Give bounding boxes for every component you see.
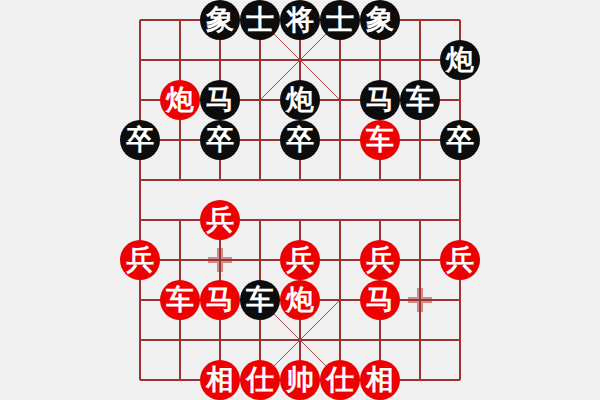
piece-black-soldier[interactable]: 卒 [200,120,240,160]
board-point[interactable] [320,80,360,120]
board-point[interactable]: 炮 [440,40,480,80]
board-point[interactable] [200,320,240,360]
board-point[interactable] [160,40,200,80]
board-point[interactable] [320,40,360,80]
piece-black-general[interactable]: 将 [280,0,320,40]
board-point[interactable]: 马 [200,80,240,120]
board-point[interactable] [320,160,360,200]
board-point[interactable] [440,0,480,40]
marker-corner [221,248,232,259]
piece-black-advisor[interactable]: 士 [320,0,360,40]
xiangqi-board: 象士将士象炮炮马炮马车卒卒卒车卒兵兵兵兵兵车马车炮马相仕帅仕相 [0,0,600,400]
board-point[interactable]: 车 [400,80,440,120]
piece-red-elephant[interactable]: 相 [200,360,240,400]
board-point[interactable] [240,120,280,160]
board-point[interactable] [200,240,240,280]
board-point[interactable] [320,280,360,320]
board-point[interactable]: 兵 [440,240,480,280]
board-point[interactable] [240,40,280,80]
board-point[interactable] [440,160,480,200]
board-point[interactable]: 卒 [440,120,480,160]
piece-red-soldier[interactable]: 兵 [280,240,320,280]
board-point[interactable]: 卒 [200,120,240,160]
board-point[interactable] [320,120,360,160]
board-point[interactable]: 炮 [280,80,320,120]
board-point[interactable]: 帅 [280,360,320,400]
piece-black-soldier[interactable]: 卒 [280,120,320,160]
board-point[interactable]: 兵 [280,240,320,280]
piece-red-soldier[interactable]: 兵 [200,200,240,240]
board-point[interactable] [280,40,320,80]
board-point[interactable] [240,80,280,120]
board-point[interactable]: 仕 [320,360,360,400]
board-point[interactable]: 马 [360,80,400,120]
board-point[interactable] [120,0,160,40]
board-point[interactable]: 象 [200,0,240,40]
board-point[interactable]: 马 [360,280,400,320]
piece-red-general[interactable]: 帅 [280,360,320,400]
board-point[interactable] [440,360,480,400]
board-point[interactable] [120,280,160,320]
piece-black-cannon[interactable]: 炮 [280,80,320,120]
board-point[interactable] [160,0,200,40]
board-point[interactable] [240,160,280,200]
board-point[interactable] [120,200,160,240]
piece-black-elephant[interactable]: 象 [360,0,400,40]
board-point[interactable] [200,40,240,80]
board-point[interactable]: 炮 [160,80,200,120]
board-point[interactable] [400,120,440,160]
board-point[interactable]: 车 [160,280,200,320]
marker-corner [408,301,419,312]
piece-red-chariot[interactable]: 车 [160,280,200,320]
marker-corner [221,261,232,272]
piece-red-chariot[interactable]: 车 [360,120,400,160]
piece-black-advisor[interactable]: 士 [240,0,280,40]
board-point[interactable] [120,160,160,200]
marker-corner [208,261,219,272]
board-point[interactable]: 将 [280,0,320,40]
board-point[interactable] [120,80,160,120]
board-point[interactable] [360,160,400,200]
board-point[interactable] [360,40,400,80]
piece-red-cannon[interactable]: 炮 [160,80,200,120]
board-point[interactable] [240,240,280,280]
board-point[interactable] [280,160,320,200]
piece-black-chariot[interactable]: 车 [240,280,280,320]
board-point[interactable] [120,40,160,80]
board-point[interactable] [160,240,200,280]
board-point[interactable]: 仕 [240,360,280,400]
board-point[interactable]: 相 [200,360,240,400]
piece-red-elephant[interactable]: 相 [360,360,400,400]
piece-red-soldier[interactable]: 兵 [440,240,480,280]
board-point[interactable] [160,120,200,160]
board-point[interactable] [280,320,320,360]
board-point[interactable] [120,360,160,400]
board-point[interactable]: 炮 [280,280,320,320]
piece-black-horse[interactable]: 马 [360,80,400,120]
board-point[interactable]: 士 [320,0,360,40]
last-move-marker [407,287,433,313]
board-point[interactable] [360,320,400,360]
board-point[interactable]: 士 [240,0,280,40]
piece-red-horse[interactable]: 马 [360,280,400,320]
board-point[interactable] [320,200,360,240]
board-point[interactable]: 卒 [280,120,320,160]
board-point[interactable]: 象 [360,0,400,40]
board-point[interactable] [200,160,240,200]
board-point[interactable]: 兵 [360,240,400,280]
marker-corner [421,301,432,312]
board-point[interactable] [400,0,440,40]
board-point[interactable] [400,320,440,360]
piece-red-cannon[interactable]: 炮 [280,280,320,320]
piece-black-soldier[interactable]: 卒 [120,120,160,160]
piece-red-horse[interactable]: 马 [200,280,240,320]
board-point[interactable] [400,40,440,80]
board-point[interactable] [400,200,440,240]
piece-red-advisor[interactable]: 仕 [240,360,280,400]
piece-black-chariot[interactable]: 车 [400,80,440,120]
board-point[interactable] [360,200,400,240]
board-point[interactable] [400,160,440,200]
piece-red-soldier[interactable]: 兵 [120,240,160,280]
board-point[interactable] [240,320,280,360]
board-point[interactable]: 车 [240,280,280,320]
board-point[interactable]: 车 [360,120,400,160]
board-point[interactable] [400,240,440,280]
board-point[interactable] [160,200,200,240]
marker-corner [208,248,219,259]
last-move-marker [207,247,233,273]
board-point[interactable] [280,200,320,240]
board-point[interactable] [160,320,200,360]
piece-red-soldier[interactable]: 兵 [360,240,400,280]
board-point[interactable] [440,280,480,320]
marker-corner [421,288,432,299]
board-point[interactable]: 相 [360,360,400,400]
board-point[interactable]: 马 [200,280,240,320]
board-point[interactable] [320,320,360,360]
board-point[interactable] [400,280,440,320]
marker-corner [408,288,419,299]
board-point[interactable] [120,320,160,360]
board-point[interactable] [160,160,200,200]
board-point[interactable] [440,200,480,240]
piece-black-soldier[interactable]: 卒 [440,120,480,160]
piece-black-elephant[interactable]: 象 [200,0,240,40]
piece-black-cannon[interactable]: 炮 [440,40,480,80]
board-point[interactable] [320,240,360,280]
board-points: 象士将士象炮炮马炮马车卒卒卒车卒兵兵兵兵兵车马车炮马相仕帅仕相 [120,0,480,400]
piece-black-horse[interactable]: 马 [200,80,240,120]
piece-red-advisor[interactable]: 仕 [320,360,360,400]
board-point[interactable] [160,360,200,400]
board-point[interactable] [440,320,480,360]
board-point[interactable]: 卒 [120,120,160,160]
board-point[interactable] [240,200,280,240]
board-point[interactable]: 兵 [200,200,240,240]
board-point[interactable]: 兵 [120,240,160,280]
board-point[interactable] [440,80,480,120]
board-point[interactable] [400,360,440,400]
